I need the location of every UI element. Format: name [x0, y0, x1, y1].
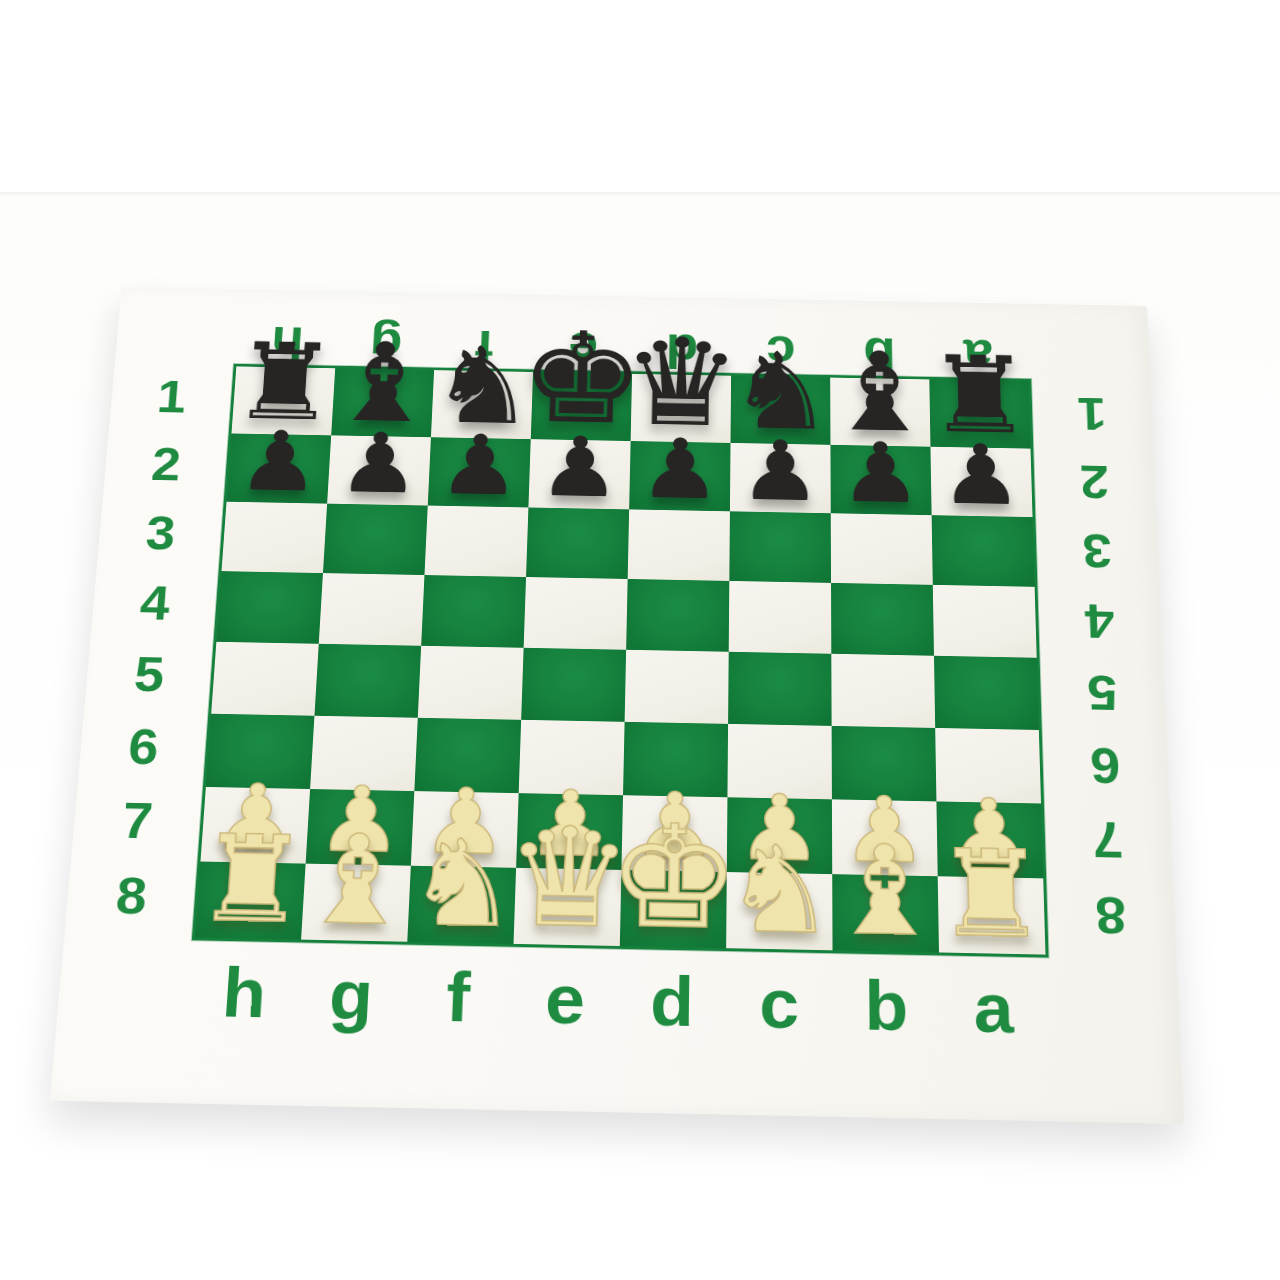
left-rank-label-8: 8 — [114, 869, 149, 922]
square-g8[interactable]: ♝ — [301, 864, 411, 942]
square-c4[interactable] — [729, 581, 832, 654]
piece-black-pawn-b2[interactable]: ♟ — [840, 433, 922, 513]
bottom-file-label-a: a — [939, 972, 1048, 1043]
square-d5[interactable] — [625, 650, 729, 724]
piece-white-rook-h8[interactable]: ♜ — [192, 822, 311, 938]
photo-backdrop: { "game": "chess", "scene_label": "Roll-… — [0, 0, 1280, 1280]
bottom-file-label-b: b — [833, 970, 941, 1041]
square-d2[interactable]: ♟ — [629, 441, 730, 511]
square-e4[interactable] — [524, 577, 628, 650]
square-b5[interactable] — [831, 654, 935, 728]
right-rank-label-3: 3 — [1082, 526, 1113, 575]
left-rank-label-2: 2 — [150, 440, 183, 488]
piece-white-bishop-g8[interactable]: ♝ — [296, 821, 418, 940]
square-b2[interactable]: ♟ — [830, 445, 931, 515]
piece-black-pawn-h2[interactable]: ♟ — [236, 422, 323, 502]
square-h4[interactable] — [216, 571, 323, 644]
chess-mat: hgfedcba 12345678 ♜♝♞♚♛♞♝♜♟♟♟♟♟♟♟♟♟♟♟♟♟♟… — [50, 287, 1185, 1124]
piece-white-bishop-b8[interactable]: ♝ — [827, 831, 944, 951]
right-rank-label-1: 1 — [1077, 390, 1107, 437]
right-rank-label-2: 2 — [1079, 458, 1110, 506]
piece-black-pawn-g2[interactable]: ♟ — [337, 424, 423, 504]
piece-white-rook-a8[interactable]: ♜ — [934, 837, 1049, 953]
square-f4[interactable] — [421, 575, 526, 648]
square-b3[interactable] — [831, 513, 933, 585]
square-g3[interactable] — [323, 504, 428, 575]
left-rank-label-4: 4 — [138, 578, 171, 627]
square-e5[interactable] — [521, 648, 626, 722]
right-rank-label-4: 4 — [1084, 596, 1115, 646]
bottom-file-label-e: e — [510, 964, 619, 1035]
left-rank-label-5: 5 — [132, 649, 166, 699]
square-d4[interactable] — [626, 579, 729, 652]
right-rank-label-7: 7 — [1092, 813, 1124, 865]
square-a5[interactable] — [934, 656, 1039, 730]
square-d8[interactable]: ♚ — [620, 870, 727, 948]
square-d3[interactable] — [628, 509, 730, 581]
piece-white-king-d8[interactable]: ♚ — [606, 809, 741, 946]
piece-white-knight-c8[interactable]: ♞ — [723, 832, 836, 948]
square-g2[interactable]: ♟ — [327, 435, 431, 505]
right-rank-label-6: 6 — [1089, 740, 1121, 791]
square-a8[interactable]: ♜ — [938, 876, 1046, 954]
bottom-file-label-d: d — [618, 966, 726, 1037]
square-a2[interactable]: ♟ — [930, 447, 1032, 517]
square-f8[interactable]: ♞ — [407, 866, 516, 944]
square-e2[interactable]: ♟ — [528, 439, 630, 509]
square-c8[interactable]: ♞ — [726, 872, 832, 950]
bottom-file-labels: hgfedcba — [180, 940, 1054, 1121]
board-area: ♜♝♞♚♛♞♝♜♟♟♟♟♟♟♟♟♟♟♟♟♟♟♟♟♜♝♞♛♚♞♝♜ — [192, 364, 1049, 958]
bottom-file-label-h: h — [189, 957, 300, 1028]
board-grid: ♜♝♞♚♛♞♝♜♟♟♟♟♟♟♟♟♟♟♟♟♟♟♟♟♜♝♞♛♚♞♝♜ — [192, 364, 1049, 958]
square-g5[interactable] — [314, 644, 421, 718]
square-g4[interactable] — [319, 573, 425, 646]
square-a4[interactable] — [933, 585, 1037, 658]
bottom-file-label-c: c — [725, 968, 833, 1039]
piece-black-pawn-c2[interactable]: ♟ — [739, 431, 821, 511]
right-rank-label-5: 5 — [1087, 667, 1119, 717]
square-b8[interactable]: ♝ — [832, 874, 939, 952]
right-rank-label-8: 8 — [1095, 888, 1128, 941]
square-b4[interactable] — [831, 583, 934, 656]
square-f5[interactable] — [418, 646, 524, 720]
left-rank-label-3: 3 — [144, 508, 177, 557]
square-h2[interactable]: ♟ — [227, 433, 332, 503]
square-c3[interactable] — [729, 511, 831, 583]
square-h5[interactable] — [211, 642, 319, 716]
piece-black-pawn-a2[interactable]: ♟ — [940, 435, 1024, 515]
piece-black-pawn-e2[interactable]: ♟ — [538, 428, 622, 508]
left-rank-label-1: 1 — [155, 373, 187, 420]
square-a3[interactable] — [932, 515, 1035, 587]
square-f3[interactable] — [424, 506, 528, 577]
piece-black-pawn-d2[interactable]: ♟ — [639, 429, 722, 509]
square-c5[interactable] — [728, 652, 832, 726]
square-h3[interactable] — [222, 502, 328, 573]
piece-black-pawn-f2[interactable]: ♟ — [437, 426, 522, 506]
square-f2[interactable]: ♟ — [428, 437, 531, 507]
square-e3[interactable] — [526, 507, 629, 578]
bottom-file-label-f: f — [403, 962, 513, 1033]
bottom-file-label-g: g — [296, 960, 407, 1031]
square-c2[interactable]: ♟ — [730, 443, 831, 513]
square-h8[interactable]: ♜ — [195, 862, 306, 940]
left-rank-label-7: 7 — [120, 794, 154, 846]
left-rank-label-6: 6 — [126, 721, 160, 772]
